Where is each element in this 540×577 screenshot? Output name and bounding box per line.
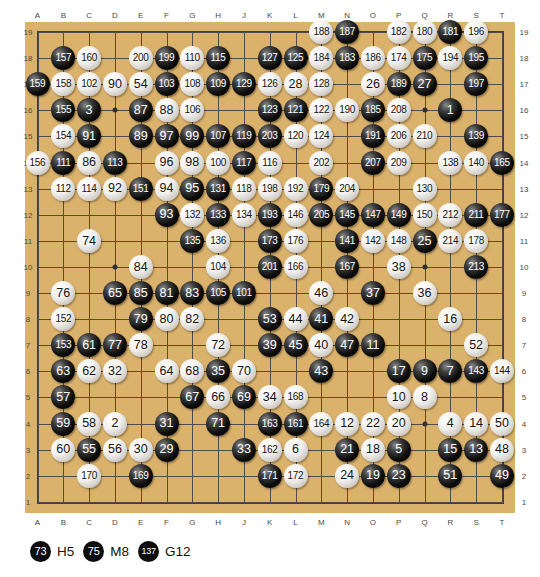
go-stone-S12: 211 (464, 203, 488, 227)
go-diagram-page: 73H575M8137G12 AABBCCDDEEFFGGHHJJKKLLMMN… (0, 0, 540, 577)
go-stone-L12: 146 (284, 203, 308, 227)
go-stone-S18: 195 (464, 46, 488, 70)
go-stone-Q19: 180 (413, 20, 437, 44)
go-stone-R16: 1 (438, 98, 462, 122)
go-stone-B16: 155 (51, 98, 75, 122)
go-stone-D13: 92 (103, 177, 127, 201)
go-stone-C17: 102 (77, 72, 101, 96)
col-label-top: H (215, 11, 221, 20)
go-stone-K7: 39 (258, 333, 282, 357)
go-stone-K10: 201 (258, 255, 282, 279)
go-stone-F18: 199 (155, 46, 179, 70)
go-stone-E13: 151 (129, 177, 153, 201)
go-stone-J6: 70 (232, 359, 256, 383)
go-stone-F6: 64 (155, 359, 179, 383)
go-stone-T2: 49 (490, 464, 514, 488)
col-label-bottom: P (396, 518, 401, 527)
go-stone-M15: 124 (309, 124, 333, 148)
go-stone-P17: 189 (387, 72, 411, 96)
row-label-left: 5 (26, 393, 30, 402)
star-point (112, 108, 117, 113)
row-label-left: 16 (24, 106, 33, 115)
caption-point-label: M8 (110, 544, 129, 559)
go-stone-M4: 164 (309, 412, 333, 436)
go-stone-N11: 141 (335, 229, 359, 253)
col-label-bottom: F (164, 518, 169, 527)
col-label-bottom: D (112, 518, 118, 527)
go-stone-L4: 161 (284, 412, 308, 436)
go-stone-G11: 135 (180, 229, 204, 253)
go-stone-N8: 42 (335, 307, 359, 331)
go-stone-O16: 185 (361, 98, 385, 122)
go-stone-D4: 2 (103, 412, 127, 436)
go-stone-G12: 132 (180, 203, 204, 227)
go-stone-H4: 71 (206, 412, 230, 436)
go-stone-L13: 192 (284, 177, 308, 201)
col-label-top: N (344, 11, 350, 20)
go-stone-N18: 183 (335, 46, 359, 70)
col-label-bottom: S (473, 518, 478, 527)
go-stone-O11: 142 (361, 229, 385, 253)
go-stone-C16: 3 (77, 98, 101, 122)
go-stone-D14: 113 (103, 151, 127, 175)
row-label-right: 7 (522, 341, 526, 350)
go-stone-K4: 163 (258, 412, 282, 436)
col-label-bottom: J (242, 518, 246, 527)
go-stone-Q6: 9 (413, 359, 437, 383)
caption-entry: 73H5 (30, 541, 74, 562)
go-stone-O3: 18 (361, 438, 385, 462)
star-point (422, 264, 427, 269)
star-point (422, 421, 427, 426)
row-label-left: 8 (26, 315, 30, 324)
col-label-top: B (61, 11, 66, 20)
go-stone-M16: 122 (309, 98, 333, 122)
col-label-bottom: T (499, 518, 504, 527)
go-stone-S7: 52 (464, 333, 488, 357)
go-stone-T3: 48 (490, 438, 514, 462)
go-stone-L5: 168 (284, 385, 308, 409)
go-stone-G17: 108 (180, 72, 204, 96)
row-label-left: 15 (24, 132, 33, 141)
row-label-left: 7 (26, 341, 30, 350)
col-label-bottom: Q (421, 518, 427, 527)
go-stone-B6: 63 (51, 359, 75, 383)
go-stone-G8: 82 (180, 307, 204, 331)
go-stone-C18: 160 (77, 46, 101, 70)
col-label-bottom: A (35, 518, 40, 527)
go-stone-L17: 28 (284, 72, 308, 96)
go-stone-P5: 10 (387, 385, 411, 409)
go-stone-F14: 96 (155, 151, 179, 175)
go-stone-R12: 212 (438, 203, 462, 227)
caption-stone: 75 (83, 541, 104, 562)
go-stone-R2: 51 (438, 464, 462, 488)
row-label-right: 10 (520, 262, 529, 271)
go-stone-P14: 209 (387, 151, 411, 175)
go-stone-B8: 152 (51, 307, 75, 331)
go-stone-D3: 56 (103, 438, 127, 462)
go-stone-R19: 181 (438, 20, 462, 44)
go-stone-G15: 99 (180, 124, 204, 148)
go-stone-E17: 54 (129, 72, 153, 96)
go-stone-S17: 197 (464, 72, 488, 96)
go-stone-B15: 154 (51, 124, 75, 148)
col-label-bottom: G (189, 518, 195, 527)
go-stone-R11: 214 (438, 229, 462, 253)
go-stone-P4: 20 (387, 412, 411, 436)
go-stone-O14: 207 (361, 151, 385, 175)
col-label-top: P (396, 11, 401, 20)
go-stone-J17: 129 (232, 72, 256, 96)
row-label-left: 3 (26, 445, 30, 454)
go-stone-L10: 166 (284, 255, 308, 279)
go-stone-S14: 140 (464, 151, 488, 175)
go-stone-S4: 14 (464, 412, 488, 436)
go-stone-H6: 35 (206, 359, 230, 383)
go-stone-Q17: 27 (413, 72, 437, 96)
col-label-top: R (447, 11, 453, 20)
go-stone-D17: 90 (103, 72, 127, 96)
go-stone-C13: 114 (77, 177, 101, 201)
go-stone-J3: 33 (232, 438, 256, 462)
go-stone-M6: 43 (309, 359, 333, 383)
go-stone-P3: 5 (387, 438, 411, 462)
go-stone-K3: 162 (258, 438, 282, 462)
go-stone-D6: 32 (103, 359, 127, 383)
go-stone-O17: 26 (361, 72, 385, 96)
col-label-top: C (86, 11, 92, 20)
go-stone-H18: 115 (206, 46, 230, 70)
row-label-left: 9 (26, 289, 30, 298)
go-stone-S3: 13 (464, 438, 488, 462)
go-stone-H17: 109 (206, 72, 230, 96)
go-stone-K2: 171 (258, 464, 282, 488)
go-stone-T4: 50 (490, 412, 514, 436)
row-label-left: 4 (26, 419, 30, 428)
go-stone-O12: 147 (361, 203, 385, 227)
col-label-bottom: R (447, 518, 453, 527)
caption-point-label: G12 (165, 544, 191, 559)
go-stone-R3: 15 (438, 438, 462, 462)
row-label-left: 11 (24, 236, 32, 245)
go-stone-S6: 143 (464, 359, 488, 383)
row-label-right: 4 (522, 419, 526, 428)
go-stone-K5: 34 (258, 385, 282, 409)
col-label-top: G (189, 11, 195, 20)
col-label-top: F (164, 11, 169, 20)
go-stone-P18: 174 (387, 46, 411, 70)
go-stone-H7: 72 (206, 333, 230, 357)
go-stone-Q11: 25 (413, 229, 437, 253)
go-stone-Q18: 175 (413, 46, 437, 70)
go-stone-F4: 31 (155, 412, 179, 436)
go-stone-B9: 76 (51, 281, 75, 305)
go-stone-M19: 188 (309, 20, 333, 44)
go-stone-P12: 149 (387, 203, 411, 227)
go-stone-G13: 95 (180, 177, 204, 201)
go-stone-N13: 204 (335, 177, 359, 201)
go-stone-R4: 4 (438, 412, 462, 436)
col-label-top: Q (421, 11, 427, 20)
go-stone-T6: 144 (490, 359, 514, 383)
go-stone-E10: 84 (129, 255, 153, 279)
row-label-left: 18 (24, 54, 33, 63)
caption-point-label: H5 (57, 544, 74, 559)
go-stone-F12: 93 (155, 203, 179, 227)
go-stone-H5: 66 (206, 385, 230, 409)
row-label-right: 8 (522, 315, 526, 324)
go-stone-B5: 57 (51, 385, 75, 409)
go-stone-M18: 184 (309, 46, 333, 70)
go-stone-B3: 60 (51, 438, 75, 462)
go-stone-J15: 119 (232, 124, 256, 148)
go-stone-H11: 136 (206, 229, 230, 253)
go-stone-S10: 213 (464, 255, 488, 279)
go-stone-M8: 41 (309, 307, 333, 331)
go-stone-L8: 44 (284, 307, 308, 331)
row-label-right: 1 (522, 497, 526, 506)
go-stone-L3: 6 (284, 438, 308, 462)
go-stone-K13: 198 (258, 177, 282, 201)
go-stone-C7: 61 (77, 333, 101, 357)
go-stone-H9: 105 (206, 281, 230, 305)
go-stone-O15: 191 (361, 124, 385, 148)
go-stone-B4: 59 (51, 412, 75, 436)
row-label-left: 19 (24, 28, 33, 37)
go-stone-S11: 178 (464, 229, 488, 253)
go-stone-P16: 208 (387, 98, 411, 122)
go-stone-J9: 101 (232, 281, 256, 305)
go-stone-F16: 88 (155, 98, 179, 122)
row-label-right: 14 (520, 158, 529, 167)
go-stone-N4: 12 (335, 412, 359, 436)
col-label-top: M (318, 11, 325, 20)
go-stone-E2: 169 (129, 464, 153, 488)
col-label-bottom: K (267, 518, 272, 527)
go-stone-M12: 205 (309, 203, 333, 227)
go-stone-K8: 53 (258, 307, 282, 331)
row-label-right: 16 (520, 106, 529, 115)
go-stone-G18: 110 (180, 46, 204, 70)
go-stone-N3: 21 (335, 438, 359, 462)
go-stone-O4: 22 (361, 412, 385, 436)
go-stone-N7: 47 (335, 333, 359, 357)
go-stone-B7: 153 (51, 333, 75, 357)
go-stone-D9: 65 (103, 281, 127, 305)
col-label-top: L (293, 11, 297, 20)
col-label-bottom: E (138, 518, 143, 527)
go-stone-C3: 55 (77, 438, 101, 462)
go-stone-M17: 128 (309, 72, 333, 96)
go-stone-N12: 145 (335, 203, 359, 227)
col-label-bottom: L (293, 518, 297, 527)
go-stone-Q5: 8 (413, 385, 437, 409)
go-stone-E15: 89 (129, 124, 153, 148)
go-stone-K15: 203 (258, 124, 282, 148)
row-label-right: 12 (520, 210, 529, 219)
col-label-bottom: C (86, 518, 92, 527)
go-stone-C2: 170 (77, 464, 101, 488)
go-stone-J12: 134 (232, 203, 256, 227)
col-label-top: T (499, 11, 504, 20)
col-label-top: K (267, 11, 272, 20)
go-stone-H15: 107 (206, 124, 230, 148)
go-stone-L11: 176 (284, 229, 308, 253)
col-label-top: S (473, 11, 478, 20)
row-label-left: 10 (24, 262, 33, 271)
go-stone-O18: 186 (361, 46, 385, 70)
go-stone-F13: 94 (155, 177, 179, 201)
go-stone-L15: 120 (284, 124, 308, 148)
col-label-top: D (112, 11, 118, 20)
go-stone-C11: 74 (77, 229, 101, 253)
go-stone-P19: 182 (387, 20, 411, 44)
row-label-right: 9 (522, 289, 526, 298)
star-point (112, 264, 117, 269)
go-stone-A17: 159 (26, 72, 50, 96)
go-stone-F8: 80 (155, 307, 179, 331)
row-label-right: 15 (520, 132, 529, 141)
go-stone-N16: 190 (335, 98, 359, 122)
col-label-bottom: H (215, 518, 221, 527)
go-stone-O9: 37 (361, 281, 385, 305)
go-stone-A14: 156 (26, 151, 50, 175)
go-stone-S19: 196 (464, 20, 488, 44)
go-stone-O2: 19 (361, 464, 385, 488)
go-stone-K11: 173 (258, 229, 282, 253)
go-stone-T12: 177 (490, 203, 514, 227)
go-stone-H12: 133 (206, 203, 230, 227)
go-stone-B17: 158 (51, 72, 75, 96)
go-stone-N19: 187 (335, 20, 359, 44)
go-stone-E3: 30 (129, 438, 153, 462)
go-stone-F9: 81 (155, 281, 179, 305)
col-label-bottom: O (370, 518, 376, 527)
go-stone-G6: 68 (180, 359, 204, 383)
go-stone-J13: 118 (232, 177, 256, 201)
go-stone-R18: 194 (438, 46, 462, 70)
col-label-top: A (35, 11, 40, 20)
go-stone-L7: 45 (284, 333, 308, 357)
go-stone-E7: 78 (129, 333, 153, 357)
go-stone-L16: 121 (284, 98, 308, 122)
go-stone-L2: 172 (284, 464, 308, 488)
go-stone-G5: 67 (180, 385, 204, 409)
go-stone-O7: 11 (361, 333, 385, 357)
go-stone-B18: 157 (51, 46, 75, 70)
go-stone-P2: 23 (387, 464, 411, 488)
col-label-top: J (242, 11, 246, 20)
row-label-right: 6 (522, 367, 526, 376)
go-stone-B14: 111 (51, 151, 75, 175)
go-stone-Q13: 130 (413, 177, 437, 201)
go-stone-E18: 200 (129, 46, 153, 70)
go-stone-C15: 91 (77, 124, 101, 148)
go-stone-G16: 106 (180, 98, 204, 122)
go-stone-R6: 7 (438, 359, 462, 383)
go-stone-S15: 139 (464, 124, 488, 148)
col-label-top: O (370, 11, 376, 20)
col-label-bottom: M (318, 518, 325, 527)
go-stone-J5: 69 (232, 385, 256, 409)
col-label-bottom: B (61, 518, 66, 527)
go-stone-L18: 125 (284, 46, 308, 70)
row-label-right: 19 (520, 28, 529, 37)
go-stone-P6: 17 (387, 359, 411, 383)
go-stone-K16: 123 (258, 98, 282, 122)
row-label-right: 3 (522, 445, 526, 454)
row-label-right: 11 (520, 236, 528, 245)
row-label-right: 5 (522, 393, 526, 402)
go-stone-P11: 148 (387, 229, 411, 253)
go-stone-H10: 104 (206, 255, 230, 279)
row-label-left: 13 (24, 184, 33, 193)
go-stone-M7: 40 (309, 333, 333, 357)
go-stone-M9: 46 (309, 281, 333, 305)
go-stone-F17: 103 (155, 72, 179, 96)
go-stone-H14: 100 (206, 151, 230, 175)
caption-stone: 73 (30, 541, 51, 562)
caption-entry: 75M8 (83, 541, 129, 562)
col-label-bottom: N (344, 518, 350, 527)
row-label-right: 18 (520, 54, 529, 63)
go-stone-D7: 77 (103, 333, 127, 357)
go-stone-E8: 79 (129, 307, 153, 331)
go-stone-G9: 83 (180, 281, 204, 305)
row-label-left: 6 (26, 367, 30, 376)
go-stone-E16: 87 (129, 98, 153, 122)
go-stone-R8: 16 (438, 307, 462, 331)
row-label-left: 12 (24, 210, 33, 219)
go-stone-K12: 193 (258, 203, 282, 227)
go-stone-G14: 98 (180, 151, 204, 175)
row-label-right: 2 (522, 471, 526, 480)
row-label-right: 17 (520, 80, 529, 89)
col-label-top: E (138, 11, 143, 20)
go-stone-H13: 131 (206, 177, 230, 201)
go-stone-Q9: 36 (413, 281, 437, 305)
go-stone-Q12: 150 (413, 203, 437, 227)
go-stone-C6: 62 (77, 359, 101, 383)
go-stone-M13: 179 (309, 177, 333, 201)
go-stone-Q15: 210 (413, 124, 437, 148)
go-stone-J14: 117 (232, 151, 256, 175)
caption-row: 73H575M8137G12 (30, 536, 191, 566)
go-stone-N2: 24 (335, 464, 359, 488)
row-label-right: 13 (520, 184, 529, 193)
go-stone-F3: 29 (155, 438, 179, 462)
go-stone-T14: 165 (490, 151, 514, 175)
go-stone-P10: 38 (387, 255, 411, 279)
caption-entry: 137G12 (138, 541, 191, 562)
go-stone-B13: 112 (51, 177, 75, 201)
go-stone-C14: 86 (77, 151, 101, 175)
go-stone-P15: 206 (387, 124, 411, 148)
go-stone-E9: 85 (129, 281, 153, 305)
caption-stone: 137 (138, 541, 159, 562)
row-label-left: 1 (26, 497, 30, 506)
go-stone-C4: 58 (77, 412, 101, 436)
go-stone-N10: 167 (335, 255, 359, 279)
go-stone-R14: 138 (438, 151, 462, 175)
go-stone-F15: 97 (155, 124, 179, 148)
go-stone-K18: 127 (258, 46, 282, 70)
go-stone-M14: 202 (309, 151, 333, 175)
star-point (422, 108, 427, 113)
go-stone-K17: 126 (258, 72, 282, 96)
go-stone-K14: 116 (258, 151, 282, 175)
